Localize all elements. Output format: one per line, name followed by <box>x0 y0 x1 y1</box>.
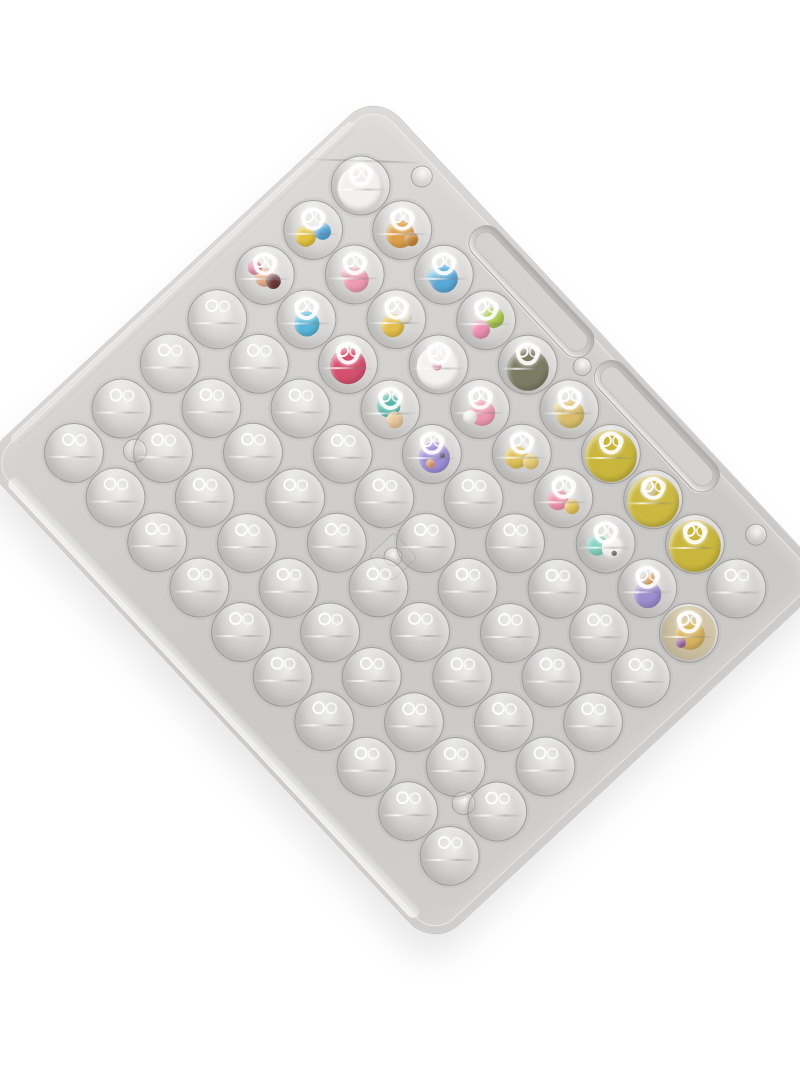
capsule-seam <box>310 546 363 548</box>
capsule-seam <box>298 725 351 727</box>
capsule-ring-reflection <box>636 566 659 589</box>
capsule-seam <box>268 501 321 503</box>
capsule-seam <box>178 501 231 503</box>
capsule-seam <box>519 770 572 772</box>
capsule-seam <box>435 680 488 682</box>
capsule-interior <box>564 693 622 751</box>
capsule-seam <box>393 635 446 637</box>
capsule-seam <box>328 277 381 279</box>
capsule-seam <box>232 367 285 369</box>
capsule-seam <box>370 322 423 324</box>
capsule-ring-reflection <box>475 297 498 320</box>
capsule-seam <box>364 412 417 414</box>
capsule-grid <box>29 139 782 900</box>
capsule-highlight <box>564 693 622 751</box>
capsule-seam <box>423 859 476 861</box>
capsule-seam <box>477 725 530 727</box>
capsule-highlight <box>708 560 766 618</box>
capsule-seam <box>316 456 369 458</box>
molded-dimple <box>740 519 771 550</box>
capsule-seam <box>346 680 399 682</box>
capsule-ring-reflection <box>427 342 450 365</box>
capsule-seam <box>226 456 279 458</box>
capsule-ring-reflection <box>552 476 575 499</box>
capsule-ring-reflection <box>468 387 491 410</box>
capsule-seam <box>352 591 405 593</box>
capsule-seam <box>567 725 620 727</box>
capsule-highlight <box>516 738 574 796</box>
capsule-seam <box>614 681 667 683</box>
capsule-interior <box>469 783 527 841</box>
toy-piece <box>265 273 280 288</box>
toy-piece <box>471 319 490 338</box>
capsule-ring-reflection <box>594 521 617 544</box>
capsule-seam <box>411 367 464 369</box>
capsule-seam <box>579 546 632 548</box>
capsule-seam <box>525 681 578 683</box>
capsule-seam <box>262 590 315 592</box>
capsule-seam <box>441 591 494 593</box>
capsule-seam <box>447 501 500 503</box>
capsule-seam <box>459 322 512 324</box>
capsule-seam <box>381 814 434 816</box>
capsule-seam <box>136 456 189 458</box>
capsule-seam <box>172 590 225 592</box>
capsule-interior <box>708 560 766 618</box>
capsule-seam <box>710 591 763 593</box>
capsule-seam <box>130 545 183 547</box>
capsule-seam <box>399 546 452 548</box>
capsule-seam <box>280 322 333 324</box>
capsule-ring-reflection <box>379 386 402 409</box>
capsule-seam <box>214 635 267 637</box>
capsule-highlight <box>421 827 479 885</box>
capsule-seam <box>286 233 339 235</box>
capsule-ring-reflection <box>516 342 539 365</box>
capsule-ring-reflection <box>349 163 372 186</box>
capsule-seam <box>585 457 638 459</box>
toy-piece <box>611 550 616 555</box>
capsule-highlight <box>469 783 527 841</box>
capsule-seam <box>184 411 237 413</box>
capsule-interior <box>421 827 479 885</box>
capsule-seam <box>334 188 387 190</box>
capsule-seam <box>471 815 524 817</box>
capsule-seam <box>143 366 196 368</box>
capsule-seam <box>429 770 482 772</box>
capsule-seam <box>304 635 357 637</box>
capsule-seam <box>501 367 554 369</box>
capsule-seam <box>220 546 273 548</box>
blister-tray <box>0 93 800 948</box>
capsule-seam <box>89 501 142 503</box>
capsule-seam <box>95 411 148 413</box>
capsule-seam <box>489 546 542 548</box>
capsule-seam <box>483 636 536 638</box>
capsule-seam <box>453 412 506 414</box>
capsule-seam <box>387 725 440 727</box>
capsule-seam <box>627 502 680 504</box>
capsule-seam <box>418 278 471 280</box>
capsule-ring-reflection <box>421 431 444 454</box>
capsule-ring-reflection <box>295 297 318 320</box>
capsule-seam <box>47 456 100 458</box>
capsule-seam <box>573 636 626 638</box>
capsule-seam <box>358 501 411 503</box>
capsule-ring-reflection <box>642 476 665 499</box>
capsule-seam <box>339 770 392 772</box>
capsule-seam <box>531 591 584 593</box>
capsule-seam <box>256 680 309 682</box>
molded-dimple <box>406 161 437 192</box>
capsule-seam <box>376 233 429 235</box>
capsule-ring-reflection <box>510 431 533 454</box>
capsule-seam <box>322 367 375 369</box>
capsule-seam <box>621 591 674 593</box>
capsule-seam <box>238 277 291 279</box>
capsule-interior <box>612 649 670 707</box>
capsule-seam <box>405 457 458 459</box>
capsule-interior <box>660 604 718 662</box>
capsule-seam <box>495 457 548 459</box>
capsule-ring-reflection <box>343 252 366 275</box>
capsule-ring-reflection <box>253 252 276 275</box>
capsule-seam <box>190 322 243 324</box>
capsule-highlight <box>612 649 670 707</box>
capsule-tray-photo <box>0 0 800 1067</box>
capsule-seam <box>274 412 327 414</box>
capsule-seam <box>543 412 596 414</box>
capsule-ring-reflection <box>684 521 707 544</box>
capsule-ring-reflection <box>391 207 414 230</box>
capsule-seam <box>668 547 721 549</box>
capsule-interior <box>516 738 574 796</box>
capsule-ring-reflection <box>301 207 324 230</box>
toy-piece <box>426 458 435 467</box>
